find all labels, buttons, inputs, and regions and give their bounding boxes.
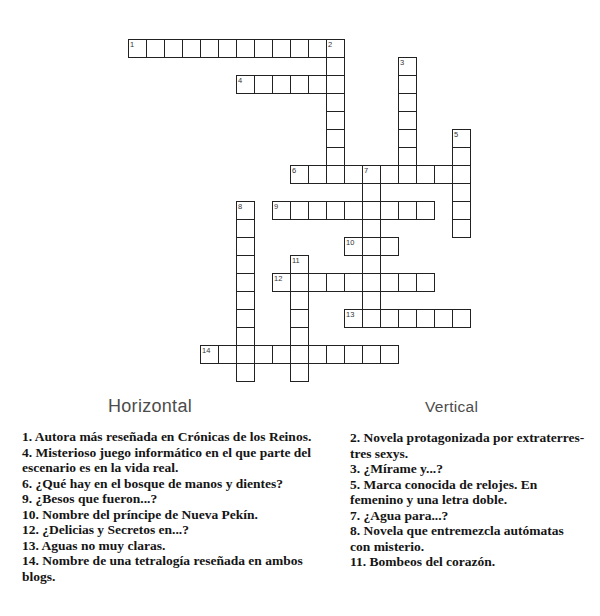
clue-number: 3 bbox=[400, 58, 404, 67]
cell-r11c13[interactable] bbox=[362, 237, 381, 256]
horizontal-clue-line-1: 4. Misterioso juego informático en el qu… bbox=[22, 445, 311, 461]
cell-r8c18[interactable] bbox=[452, 183, 471, 202]
cell-r17c7[interactable] bbox=[254, 345, 273, 364]
cell-r3c15[interactable] bbox=[398, 93, 417, 112]
cell-r12c6[interactable] bbox=[236, 255, 255, 274]
cell-r13c13[interactable] bbox=[362, 273, 381, 292]
horizontal-heading: Horizontal bbox=[108, 396, 192, 417]
cell-r17c8[interactable] bbox=[272, 345, 291, 364]
clue-number: 2 bbox=[328, 40, 332, 49]
cell-r15c12[interactable]: 13 bbox=[344, 309, 363, 328]
cell-r9c11[interactable] bbox=[326, 201, 345, 220]
clue-number: 14 bbox=[202, 346, 210, 355]
cell-r0c2[interactable] bbox=[164, 39, 183, 58]
cell-r18c9[interactable] bbox=[290, 363, 309, 382]
cell-r7c11[interactable] bbox=[326, 165, 345, 184]
vertical-clue-line-7: con misterio. bbox=[350, 539, 584, 555]
horizontal-clue-line-4: 9. ¿Besos que fueron...? bbox=[22, 491, 311, 507]
cell-r13c9[interactable] bbox=[290, 273, 309, 292]
cell-r1c11[interactable] bbox=[326, 57, 345, 76]
cell-r14c13[interactable] bbox=[362, 291, 381, 310]
cell-r0c0[interactable]: 1 bbox=[128, 39, 147, 58]
cell-r9c18[interactable] bbox=[452, 201, 471, 220]
cell-r5c15[interactable] bbox=[398, 129, 417, 148]
cell-r17c5[interactable] bbox=[218, 345, 237, 364]
cell-r5c18[interactable]: 5 bbox=[452, 129, 471, 148]
cell-r14c6[interactable] bbox=[236, 291, 255, 310]
cell-r0c7[interactable] bbox=[254, 39, 273, 58]
horizontal-clue-line-2: escenario es en la vida real. bbox=[22, 460, 311, 476]
cell-r2c8[interactable] bbox=[272, 75, 291, 94]
horizontal-clue-line-0: 1. Autora más reseñada en Crónicas de lo… bbox=[22, 429, 311, 445]
cell-r7c13[interactable]: 7 bbox=[362, 165, 381, 184]
cell-r16c9[interactable] bbox=[290, 327, 309, 346]
cell-r8c13[interactable] bbox=[362, 183, 381, 202]
cell-r7c16[interactable] bbox=[416, 165, 435, 184]
vertical-clue-line-5: 7. ¿Agua para...? bbox=[350, 508, 584, 524]
cell-r17c4[interactable]: 14 bbox=[200, 345, 219, 364]
cell-r0c1[interactable] bbox=[146, 39, 165, 58]
cell-r6c11[interactable] bbox=[326, 147, 345, 166]
clue-number: 12 bbox=[274, 274, 282, 283]
horizontal-clues: 1. Autora más reseñada en Crónicas de lo… bbox=[22, 429, 311, 584]
cell-r17c14[interactable] bbox=[380, 345, 399, 364]
vertical-clue-line-4: femenino y una letra doble. bbox=[350, 492, 584, 508]
clue-number: 9 bbox=[274, 202, 278, 211]
cell-r13c10[interactable] bbox=[308, 273, 327, 292]
cell-r2c11[interactable] bbox=[326, 75, 345, 94]
cell-r2c6[interactable]: 4 bbox=[236, 75, 255, 94]
cell-r0c10[interactable] bbox=[308, 39, 327, 58]
cell-r9c9[interactable] bbox=[290, 201, 309, 220]
clue-number: 7 bbox=[364, 166, 368, 175]
cell-r4c15[interactable] bbox=[398, 111, 417, 130]
vertical-clue-line-3: 5. Marca conocida de relojes. En bbox=[350, 477, 584, 493]
vertical-clue-line-0: 2. Novela protagonizada por extraterres- bbox=[350, 430, 584, 446]
cell-r17c13[interactable] bbox=[362, 345, 381, 364]
cell-r7c18[interactable] bbox=[452, 165, 471, 184]
horizontal-clue-line-5: 10. Nombre del príncipe de Nueva Pekín. bbox=[22, 507, 311, 523]
cell-r9c14[interactable] bbox=[380, 201, 399, 220]
cell-r10c18[interactable] bbox=[452, 219, 471, 238]
cell-r10c13[interactable] bbox=[362, 219, 381, 238]
cell-r16c6[interactable] bbox=[236, 327, 255, 346]
vertical-clue-line-6: 8. Novela que entremezcla autómatas bbox=[350, 523, 584, 539]
cell-r2c15[interactable] bbox=[398, 75, 417, 94]
horizontal-clue-line-6: 12. ¿Delicias y Secretos en...? bbox=[22, 522, 311, 538]
cell-r18c6[interactable] bbox=[236, 363, 255, 382]
clue-number: 13 bbox=[346, 310, 354, 319]
cell-r17c12[interactable] bbox=[344, 345, 363, 364]
cell-r6c15[interactable] bbox=[398, 147, 417, 166]
cell-r15c13[interactable] bbox=[362, 309, 381, 328]
cell-r15c14[interactable] bbox=[380, 309, 399, 328]
cell-r7c9[interactable]: 6 bbox=[290, 165, 309, 184]
cell-r17c11[interactable] bbox=[326, 345, 345, 364]
cell-r15c15[interactable] bbox=[398, 309, 417, 328]
horizontal-clue-line-3: 6. ¿Qué hay en el bosque de manos y dien… bbox=[22, 476, 311, 492]
cell-r7c15[interactable] bbox=[398, 165, 417, 184]
cell-r2c9[interactable] bbox=[290, 75, 309, 94]
cell-r9c8[interactable]: 9 bbox=[272, 201, 291, 220]
clue-number: 10 bbox=[346, 238, 354, 247]
clue-number: 1 bbox=[130, 40, 134, 49]
cell-r9c16[interactable] bbox=[416, 201, 435, 220]
cell-r13c16[interactable] bbox=[416, 273, 435, 292]
cell-r2c10[interactable] bbox=[308, 75, 327, 94]
cell-r9c12[interactable] bbox=[344, 201, 363, 220]
horizontal-clue-line-9: blogs. bbox=[22, 569, 311, 585]
cell-r6c18[interactable] bbox=[452, 147, 471, 166]
cell-r0c8[interactable] bbox=[272, 39, 291, 58]
cell-r9c13[interactable] bbox=[362, 201, 381, 220]
cell-r9c15[interactable] bbox=[398, 201, 417, 220]
vertical-clues: 2. Novela protagonizada por extraterres-… bbox=[350, 430, 584, 570]
cell-r3c11[interactable] bbox=[326, 93, 345, 112]
cell-r0c5[interactable] bbox=[218, 39, 237, 58]
cell-r13c14[interactable] bbox=[380, 273, 399, 292]
clue-number: 8 bbox=[238, 202, 242, 211]
cell-r1c15[interactable]: 3 bbox=[398, 57, 417, 76]
cell-r0c4[interactable] bbox=[200, 39, 219, 58]
horizontal-clue-line-7: 13. Aguas no muy claras. bbox=[22, 538, 311, 554]
cell-r11c12[interactable]: 10 bbox=[344, 237, 363, 256]
cell-r11c14[interactable] bbox=[380, 237, 399, 256]
cell-r0c6[interactable] bbox=[236, 39, 255, 58]
cell-r0c9[interactable] bbox=[290, 39, 309, 58]
cell-r14c9[interactable] bbox=[290, 291, 309, 310]
cell-r15c18[interactable] bbox=[452, 309, 471, 328]
cell-r13c6[interactable] bbox=[236, 273, 255, 292]
cell-r7c17[interactable] bbox=[434, 165, 453, 184]
cell-r7c10[interactable] bbox=[308, 165, 327, 184]
vertical-heading: Vertical bbox=[425, 398, 478, 416]
clue-number: 6 bbox=[292, 166, 296, 175]
cell-r11c6[interactable] bbox=[236, 237, 255, 256]
cell-r7c14[interactable] bbox=[380, 165, 399, 184]
cell-r17c10[interactable] bbox=[308, 345, 327, 364]
crossword-page: 1234567891011121314 Horizontal Vertical … bbox=[0, 0, 600, 616]
cell-r15c6[interactable] bbox=[236, 309, 255, 328]
cell-r0c11[interactable]: 2 bbox=[326, 39, 345, 58]
cell-r13c11[interactable] bbox=[326, 273, 345, 292]
vertical-clue-line-2: 3. ¿Mírame y...? bbox=[350, 461, 584, 477]
cell-r10c6[interactable] bbox=[236, 219, 255, 238]
clue-number: 11 bbox=[292, 256, 300, 265]
crossword-grid: 1234567891011121314 bbox=[128, 39, 471, 382]
cell-r9c10[interactable] bbox=[308, 201, 327, 220]
clue-number: 4 bbox=[238, 76, 242, 85]
cell-r4c11[interactable] bbox=[326, 111, 345, 130]
cell-r13c8[interactable]: 12 bbox=[272, 273, 291, 292]
cell-r0c3[interactable] bbox=[182, 39, 201, 58]
cell-r13c15[interactable] bbox=[398, 273, 417, 292]
cell-r15c9[interactable] bbox=[290, 309, 309, 328]
horizontal-clue-line-8: 14. Nombre de una tetralogía reseñada en… bbox=[22, 553, 311, 569]
clue-number: 5 bbox=[454, 130, 458, 139]
cell-r13c12[interactable] bbox=[344, 273, 363, 292]
vertical-clue-line-1: tres sexys. bbox=[350, 446, 584, 462]
cell-r7c12[interactable] bbox=[344, 165, 363, 184]
cell-r15c16[interactable] bbox=[416, 309, 435, 328]
cell-r17c9[interactable] bbox=[290, 345, 309, 364]
cell-r9c6[interactable]: 8 bbox=[236, 201, 255, 220]
cell-r5c11[interactable] bbox=[326, 129, 345, 148]
cell-r17c6[interactable] bbox=[236, 345, 255, 364]
cell-r12c13[interactable] bbox=[362, 255, 381, 274]
vertical-clue-line-8: 11. Bombeos del corazón. bbox=[350, 554, 584, 570]
cell-r15c17[interactable] bbox=[434, 309, 453, 328]
cell-r12c9[interactable]: 11 bbox=[290, 255, 309, 274]
cell-r2c7[interactable] bbox=[254, 75, 273, 94]
